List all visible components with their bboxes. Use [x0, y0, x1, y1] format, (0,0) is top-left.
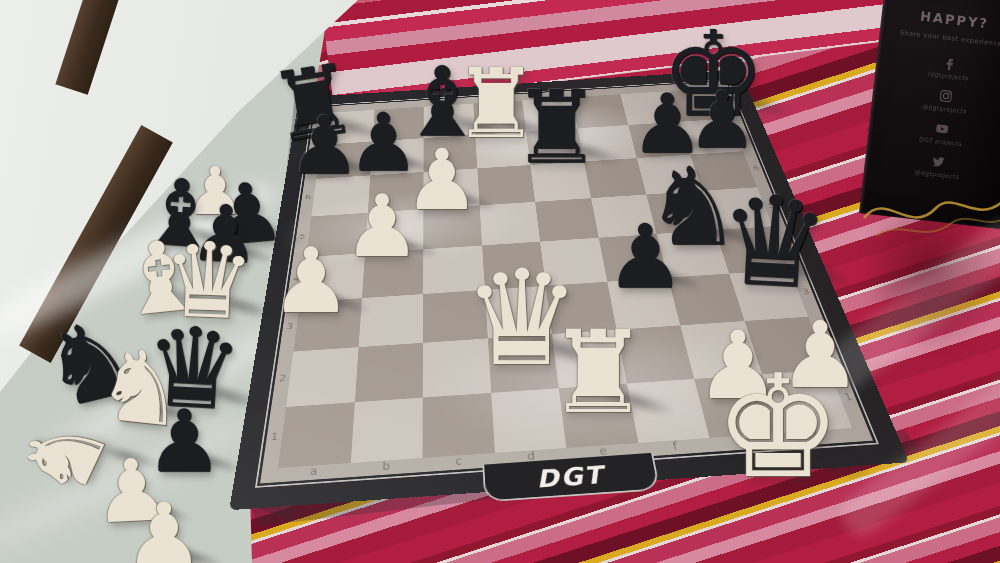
- captured-white-pawn-1-shadow: [202, 191, 270, 224]
- square-c8: [424, 104, 475, 138]
- square-e3: [546, 281, 616, 334]
- facebook-icon: [942, 55, 957, 70]
- square-d5: [479, 202, 540, 246]
- captured-white-bishop-4-shadow: [145, 276, 246, 326]
- square-d4: [482, 242, 546, 290]
- square-a1: [278, 402, 355, 468]
- rank-label-left-1: 1: [266, 430, 283, 443]
- square-f7: [577, 125, 637, 162]
- square-e8: [522, 97, 577, 131]
- square-d7: [475, 131, 530, 168]
- square-b3: [358, 294, 423, 347]
- square-c3: [423, 290, 488, 343]
- rank-label-left-5: 5: [296, 232, 310, 241]
- social-links: /dgtprojects@dgtprojectsDGT projects@dgt…: [914, 44, 973, 180]
- square-a4: [300, 253, 365, 302]
- square-c2: [423, 338, 491, 397]
- square-c4: [423, 245, 484, 293]
- captured-white-bishop-4: ♝: [111, 224, 209, 331]
- rank-label-left-6: 6: [301, 193, 314, 201]
- social-row: /dgtprojects: [928, 53, 971, 81]
- captured-black-pawn-10: ♟: [145, 398, 222, 484]
- square-e4: [540, 238, 607, 286]
- square-d6: [477, 165, 535, 205]
- square-d2: [487, 334, 558, 392]
- captured-white-pawn-1: ♟: [185, 159, 244, 225]
- social-handle: /dgtprojects: [928, 70, 969, 82]
- social-row: DGT projects: [919, 118, 965, 147]
- captured-white-knight-9: ♞: [4, 397, 125, 513]
- captured-white-knight-8-shadow: [118, 387, 221, 438]
- twitter-icon: [931, 153, 946, 168]
- box-title: HAPPY?: [919, 9, 989, 32]
- social-handle: @dgtprojects: [922, 102, 967, 114]
- rank-label-right-7: 7: [736, 130, 750, 137]
- social-handle: @dgtprojects: [914, 168, 959, 180]
- square-c1: [423, 393, 495, 458]
- captured-black-knight-6-shadow: [79, 361, 188, 415]
- rank-label-left-4: 4: [289, 274, 303, 284]
- rank-label-left-2: 2: [275, 372, 291, 384]
- square-a3: [293, 298, 361, 352]
- square-c6: [423, 168, 479, 208]
- captured-white-pawn-11: ♟: [91, 446, 173, 536]
- square-b7: [370, 138, 424, 175]
- square-b5: [365, 209, 424, 253]
- captured-black-bishop-0-shadow: [159, 213, 254, 260]
- social-handle: DGT projects: [919, 135, 963, 147]
- rank-label-right-8: 8: [723, 99, 736, 106]
- social-row: @dgtprojects: [914, 151, 961, 180]
- square-c7: [424, 135, 477, 172]
- captured-white-pawn-12-shadow: [147, 534, 239, 563]
- captured-white-knight-8: ♞: [91, 334, 191, 443]
- instagram-icon: [938, 87, 953, 102]
- square-a5: [306, 213, 368, 258]
- square-e6: [530, 162, 590, 202]
- captured-white-knight-9-shadow: [80, 432, 177, 480]
- square-a8: [321, 110, 375, 145]
- square-e7: [526, 128, 584, 165]
- square-c5: [423, 205, 481, 249]
- captured-black-queen-7: ♛: [141, 311, 245, 426]
- square-d1: [491, 388, 567, 453]
- square-b1: [350, 397, 422, 463]
- square-b2: [354, 343, 422, 402]
- square-e2: [552, 330, 627, 388]
- glass-reflection: [0, 410, 253, 559]
- square-e5: [535, 198, 598, 242]
- youtube-icon: [935, 120, 950, 135]
- captured-black-pawn-3: ♟: [188, 193, 262, 275]
- square-b8: [372, 107, 423, 142]
- rank-label-left-7: 7: [307, 158, 319, 165]
- product-box: HAPPY? Share your best experience! /dgtp…: [859, 0, 1000, 230]
- rank-label-left-8: 8: [312, 125, 324, 132]
- square-f5: [591, 194, 657, 237]
- rank-label-right-6: 6: [749, 164, 764, 172]
- rank-label-left-3: 3: [282, 321, 297, 332]
- square-d3: [484, 286, 551, 339]
- rank-label-right-5: 5: [764, 201, 779, 209]
- square-d8: [473, 100, 526, 134]
- captured-white-pawn-12: ♟: [124, 491, 205, 563]
- square-a6: [311, 175, 370, 216]
- rank-label-right-4: 4: [780, 242, 796, 251]
- social-row: @dgtprojects: [922, 86, 969, 115]
- square-e1: [559, 383, 638, 448]
- square-a7: [316, 141, 372, 179]
- square-b4: [362, 249, 424, 298]
- square-a2: [286, 347, 358, 406]
- scene: abcdefgh 8877665544332211 DGT ♜♝♜♚♟♟♜♟♟♟…: [0, 0, 1000, 563]
- dgt-logo: DGT: [535, 460, 606, 493]
- captured-white-queen-5: ♛: [160, 227, 257, 334]
- square-f8: [571, 94, 628, 128]
- square-b6: [367, 172, 423, 213]
- captured-white-pawn-11-shadow: [117, 490, 205, 534]
- square-f6: [584, 158, 647, 198]
